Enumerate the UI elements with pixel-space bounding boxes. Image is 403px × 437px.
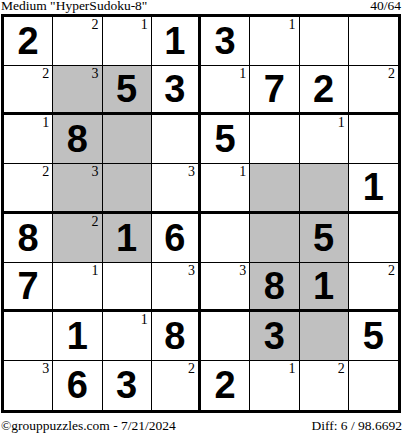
cell-r5c5[interactable] [201,214,250,263]
cell-r7c2[interactable]: 1 [53,312,102,361]
cell-r2c6[interactable]: 7 [250,66,299,115]
cell-r7c7[interactable] [300,312,349,361]
given-digit: 1 [53,312,101,360]
given-digit: 2 [201,361,249,410]
pencil-mark: 3 [188,164,195,180]
cell-r7c8[interactable]: 5 [349,312,398,361]
cell-r4c2[interactable]: 3 [53,164,102,213]
cell-r3c7[interactable]: 1 [300,115,349,164]
cell-r4c4[interactable]: 3 [152,164,201,213]
cell-r1c5[interactable]: 3 [201,17,250,66]
given-digit: 8 [152,312,198,360]
given-digit: 5 [300,214,348,262]
cell-r8c6[interactable]: 1 [250,361,299,410]
cell-r6c8[interactable]: 2 [349,263,398,312]
cell-r1c1[interactable]: 2 [4,17,53,66]
given-digit: 5 [103,66,151,112]
pencil-mark: 1 [92,263,99,279]
pencil-mark: 2 [338,361,345,377]
cell-r6c1[interactable]: 7 [4,263,53,312]
cell-r1c6[interactable]: 1 [250,17,299,66]
given-digit: 8 [250,263,298,309]
cell-r4c6[interactable] [250,164,299,213]
cell-r3c3[interactable] [103,115,152,164]
cell-r8c2[interactable]: 6 [53,361,102,410]
pencil-mark: 2 [42,66,49,82]
cell-r6c6[interactable]: 8 [250,263,299,312]
puzzle-counter: 40/64 [370,0,401,13]
cell-r8c5[interactable]: 2 [201,361,250,410]
given-digit: 7 [4,263,52,309]
cell-r2c4[interactable]: 3 [152,66,201,115]
puzzle-title: Medium "HyperSudoku-8" [1,0,147,13]
cell-r8c3[interactable]: 3 [103,361,152,410]
cell-r6c5[interactable]: 3 [201,263,250,312]
copyright-date: ©grouppuzzles.com - 7/21/2024 [1,418,176,434]
given-digit: 5 [349,312,398,360]
pencil-mark: 3 [188,263,195,279]
cell-r6c4[interactable]: 3 [152,263,201,312]
pencil-mark: 1 [42,115,49,131]
cell-r7c4[interactable]: 8 [152,312,201,361]
sudoku-board: 2211312353172218512331182165713381211835… [1,14,401,413]
cell-r2c1[interactable]: 2 [4,66,53,115]
cell-r5c8[interactable] [349,214,398,263]
given-digit: 8 [4,214,52,262]
given-digit: 8 [53,115,101,163]
cell-r4c8[interactable]: 1 [349,164,398,213]
cell-r7c5[interactable] [201,312,250,361]
cell-r5c7[interactable]: 5 [300,214,349,263]
pencil-mark: 1 [239,164,246,180]
page-header: Medium "HyperSudoku-8" 40/64 [0,0,403,13]
cell-r8c7[interactable]: 2 [300,361,349,410]
given-digit: 7 [250,66,298,112]
given-digit: 1 [300,263,348,309]
cell-r7c1[interactable] [4,312,53,361]
pencil-mark: 3 [92,66,99,82]
given-digit: 6 [152,214,198,262]
page-footer: ©grouppuzzles.com - 7/21/2024 Diff: 6 / … [0,418,403,436]
given-digit: 1 [349,164,398,210]
cell-r8c8[interactable] [349,361,398,410]
cell-r3c2[interactable]: 8 [53,115,102,164]
pencil-mark: 1 [338,115,345,131]
cell-r8c1[interactable]: 3 [4,361,53,410]
given-digit: 5 [201,115,249,163]
cell-r5c4[interactable]: 6 [152,214,201,263]
cell-r7c6[interactable]: 3 [250,312,299,361]
given-digit: 3 [103,361,151,410]
cell-r6c2[interactable]: 1 [53,263,102,312]
cell-r7c3[interactable]: 1 [103,312,152,361]
pencil-mark: 3 [92,164,99,180]
difficulty-rating: Diff: 6 / 98.6692 [312,418,403,434]
given-digit: 2 [300,66,348,112]
pencil-mark: 2 [388,66,395,82]
pencil-mark: 2 [92,214,99,230]
cell-r8c4[interactable]: 2 [152,361,201,410]
given-digit: 1 [152,17,198,65]
cell-r4c3[interactable] [103,164,152,213]
given-digit: 3 [152,66,198,112]
cell-r2c2[interactable]: 3 [53,66,102,115]
cell-r6c3[interactable] [103,263,152,312]
pencil-mark: 1 [289,17,296,33]
cell-r2c8[interactable]: 2 [349,66,398,115]
cell-r5c6[interactable] [250,214,299,263]
cell-r4c5[interactable]: 1 [201,164,250,213]
cell-r2c3[interactable]: 5 [103,66,152,115]
cell-r1c8[interactable] [349,17,398,66]
cell-r2c7[interactable]: 2 [300,66,349,115]
cell-r4c7[interactable] [300,164,349,213]
pencil-mark: 2 [188,361,195,377]
cell-r3c6[interactable] [250,115,299,164]
given-digit: 2 [4,17,52,65]
cell-r1c3[interactable]: 1 [103,17,152,66]
cell-r5c3[interactable]: 1 [103,214,152,263]
pencil-mark: 1 [141,17,148,33]
cell-r1c7[interactable] [300,17,349,66]
cell-r6c7[interactable]: 1 [300,263,349,312]
cell-r2c5[interactable]: 1 [201,66,250,115]
pencil-mark: 3 [239,263,246,279]
given-digit: 3 [250,312,298,360]
pencil-mark: 2 [92,17,99,33]
cell-r5c2[interactable]: 2 [53,214,102,263]
given-digit: 1 [103,214,151,262]
cell-r3c5[interactable]: 5 [201,115,250,164]
cell-r3c8[interactable] [349,115,398,164]
pencil-mark: 2 [42,164,49,180]
cell-r4c1[interactable]: 2 [4,164,53,213]
pencil-mark: 1 [239,66,246,82]
pencil-mark: 1 [289,361,296,377]
cell-r1c4[interactable]: 1 [152,17,201,66]
pencil-mark: 1 [141,312,148,328]
cell-r3c1[interactable]: 1 [4,115,53,164]
cell-r5c1[interactable]: 8 [4,214,53,263]
given-digit: 6 [53,361,101,410]
pencil-mark: 2 [388,263,395,279]
cell-r1c2[interactable]: 2 [53,17,102,66]
cell-r3c4[interactable] [152,115,201,164]
given-digit: 3 [201,17,249,65]
pencil-mark: 3 [42,361,49,377]
